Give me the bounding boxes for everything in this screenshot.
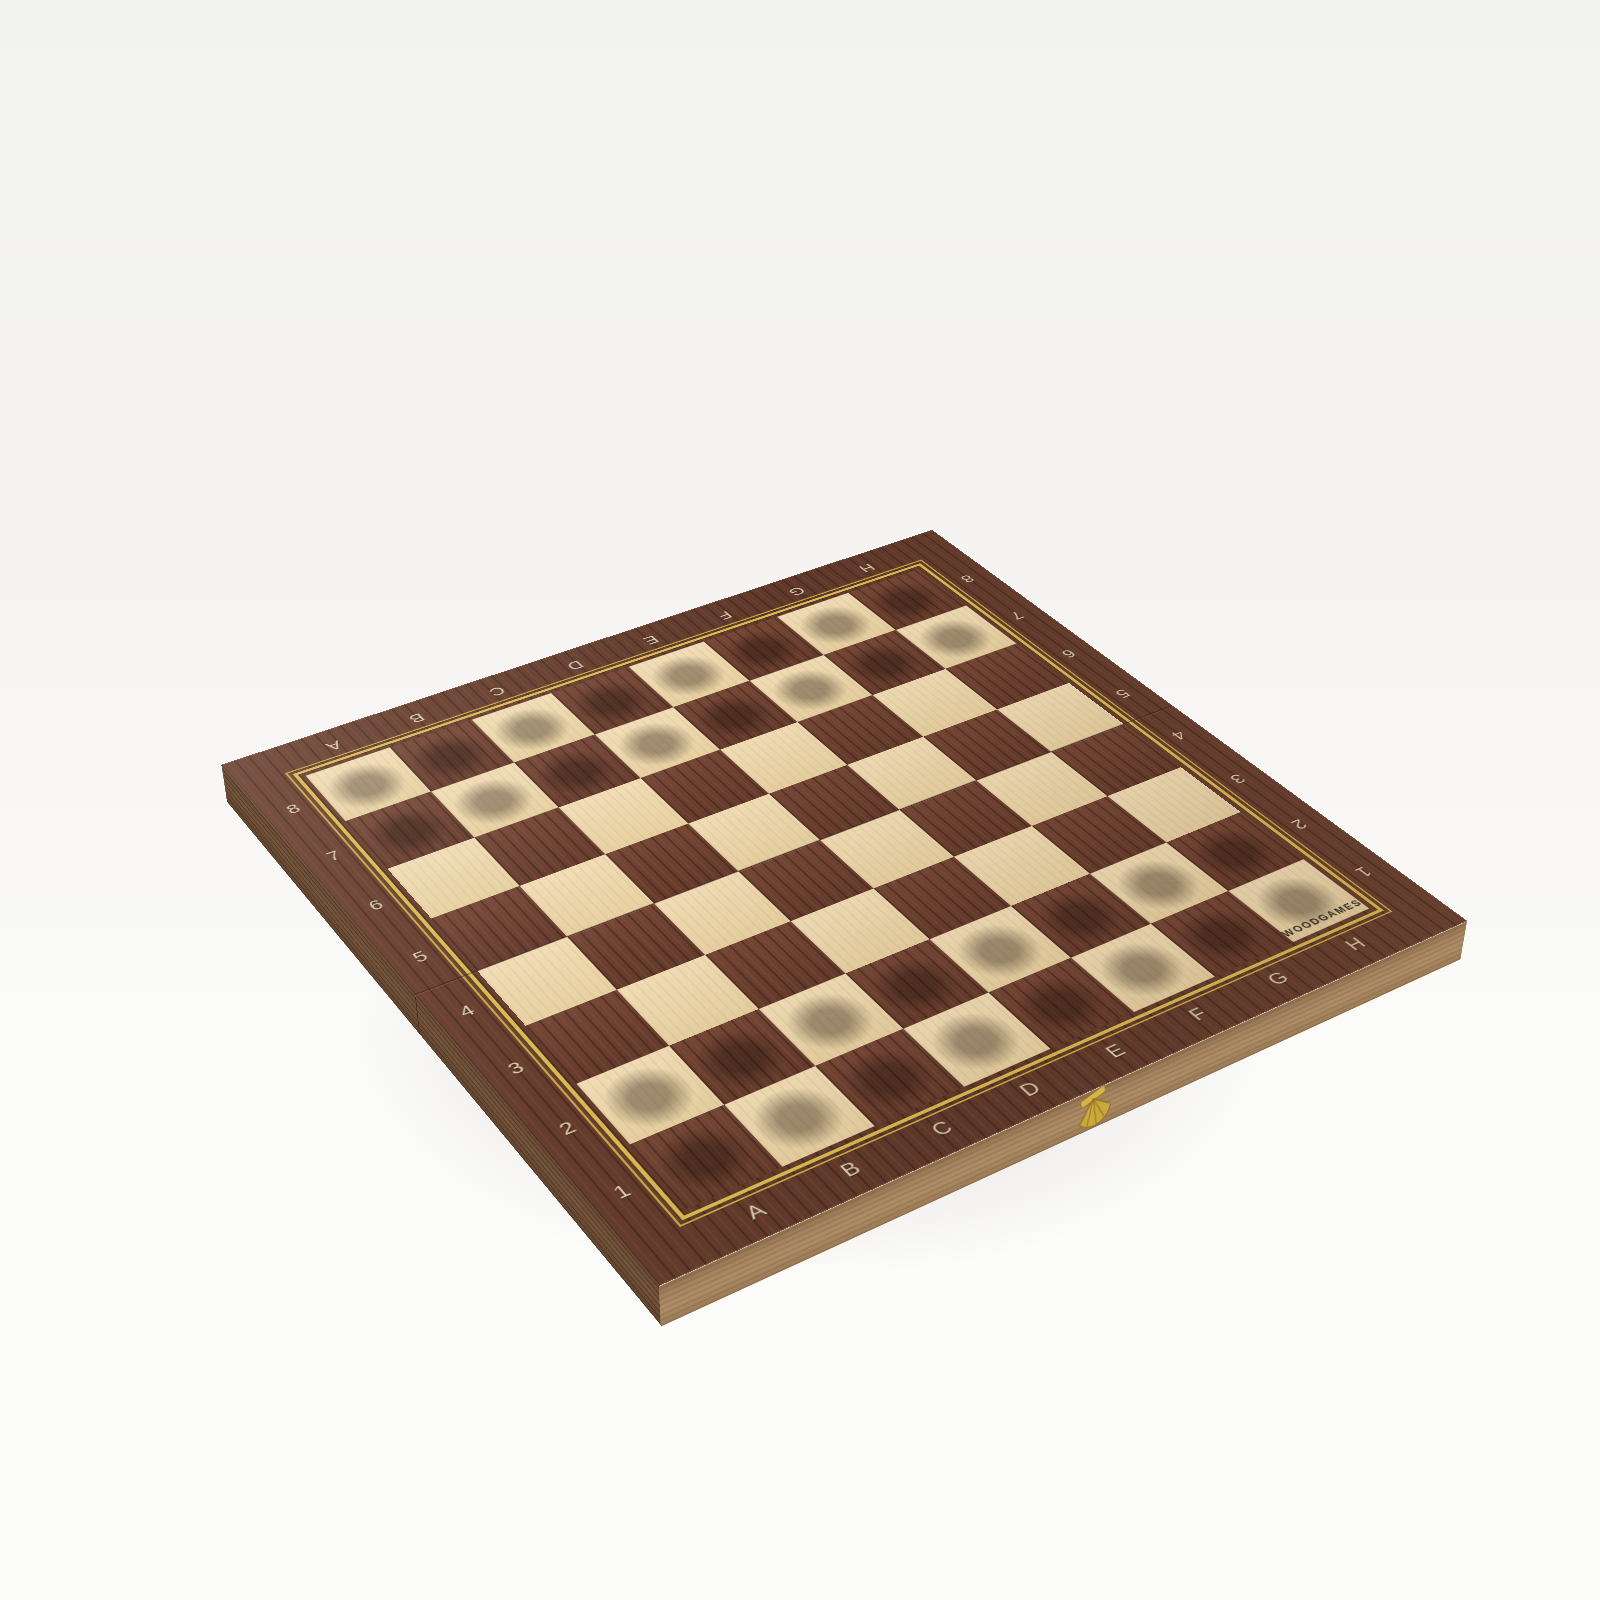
file-label-a-bottom: A — [741, 1199, 773, 1224]
rank-label-4-left: 4 — [455, 1001, 481, 1021]
rank-label-5-right: 5 — [1110, 686, 1135, 701]
rank-label-7-right: 7 — [1005, 609, 1028, 623]
file-label-h-bottom: H — [1340, 934, 1372, 954]
rank-label-1-left: 1 — [608, 1180, 637, 1203]
rank-label-5-left: 5 — [408, 947, 433, 966]
file-label-g-bottom: G — [1262, 968, 1295, 989]
square-a1: ♜ — [630, 1105, 782, 1209]
square-a7: ♟ — [346, 791, 475, 868]
black-pawn-glyph: ♟ — [372, 735, 447, 836]
white-rook-glyph: ♜ — [652, 1018, 759, 1164]
file-label-d-bottom: D — [1015, 1078, 1048, 1101]
file-label-e-bottom: E — [1101, 1040, 1132, 1062]
black-pawn-glyph: ♟ — [458, 706, 531, 806]
rank-label-2-left: 2 — [554, 1117, 582, 1139]
file-label-f-bottom: F — [1184, 1004, 1214, 1025]
rank-label-6-right: 6 — [1056, 647, 1080, 661]
rank-label-8-left: 8 — [282, 801, 305, 818]
black-pawn-glyph: ♟ — [700, 625, 770, 721]
file-label-c-bottom: C — [926, 1117, 959, 1141]
black-pawn-glyph: ♟ — [922, 551, 989, 643]
rank-label-1-right: 1 — [1349, 863, 1377, 881]
black-pawn-glyph: ♟ — [622, 652, 693, 749]
rank-label-4-right: 4 — [1165, 728, 1190, 743]
rank-label-7-left: 7 — [322, 847, 345, 864]
black-pawn-glyph: ♟ — [850, 575, 918, 668]
black-pawn-glyph: ♟ — [776, 600, 845, 694]
photo-background: ♜♞♝♛♚♝♞♜♟♟♟♟♟♟♟♟♟♟♟♟♟♟♟♟♜♞♝♛♚♝♞♜ 88AA77B… — [0, 0, 1600, 1600]
black-pawn-glyph: ♟ — [541, 679, 613, 778]
rank-label-3-left: 3 — [503, 1058, 530, 1079]
rank-label-6-left: 6 — [364, 896, 388, 914]
file-label-b-bottom: B — [835, 1157, 867, 1181]
